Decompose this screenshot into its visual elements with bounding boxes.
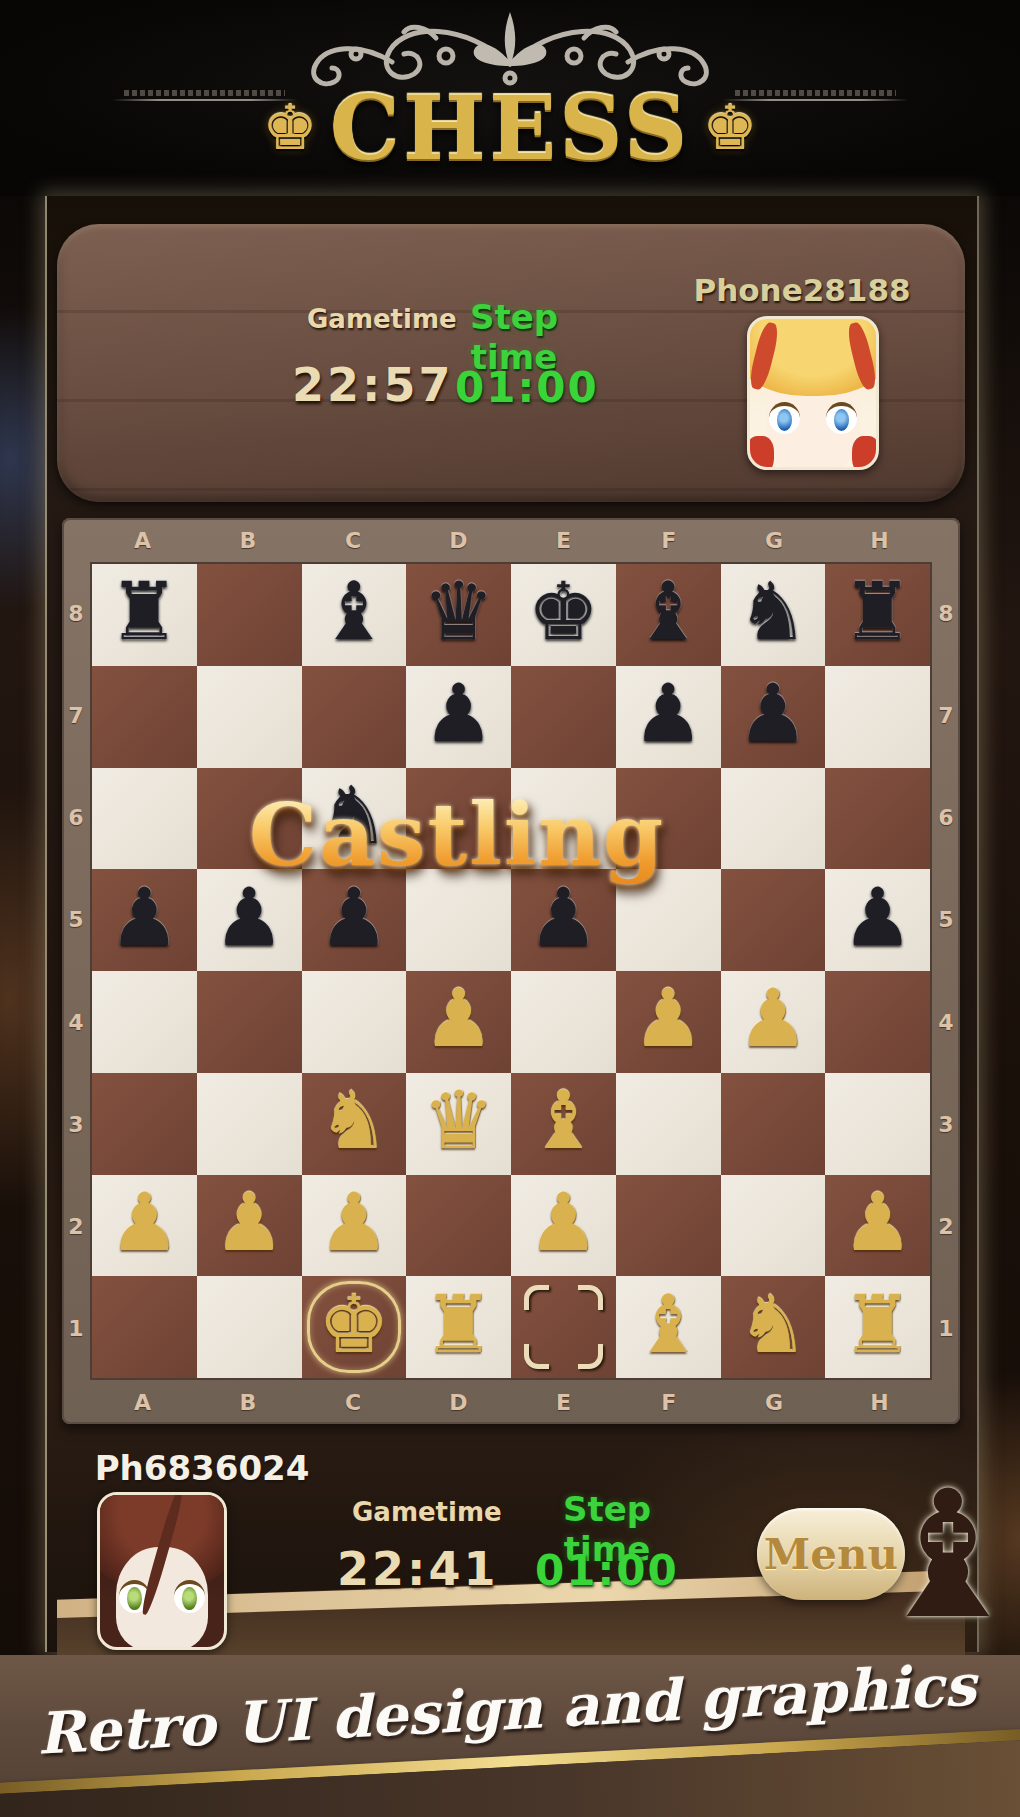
piece-a8[interactable]: ♜ bbox=[109, 572, 181, 652]
square-a2[interactable]: ♟ bbox=[92, 1175, 197, 1277]
rank-label-1: 1 bbox=[932, 1278, 960, 1380]
piece-e8[interactable]: ♚ bbox=[528, 572, 600, 652]
square-h8[interactable]: ♜ bbox=[825, 564, 930, 666]
square-c2[interactable]: ♟ bbox=[302, 1175, 407, 1277]
file-label-b: B bbox=[195, 518, 300, 562]
piece-f4[interactable]: ♟ bbox=[632, 979, 704, 1059]
square-e1[interactable] bbox=[511, 1276, 616, 1378]
piece-b2[interactable]: ♟ bbox=[213, 1183, 285, 1263]
square-b1[interactable] bbox=[197, 1276, 302, 1378]
player-name: Ph6836024 bbox=[92, 1448, 312, 1488]
files-bottom: ABCDEFGH bbox=[90, 1380, 932, 1424]
square-a3[interactable] bbox=[92, 1073, 197, 1175]
square-e3[interactable]: ♝ bbox=[511, 1073, 616, 1175]
square-f1[interactable]: ♝ bbox=[616, 1276, 721, 1378]
rank-label-5: 5 bbox=[62, 869, 90, 971]
rank-label-5: 5 bbox=[932, 869, 960, 971]
square-e4[interactable] bbox=[511, 971, 616, 1073]
square-c7[interactable] bbox=[302, 666, 407, 768]
square-h7[interactable] bbox=[825, 666, 930, 768]
square-b4[interactable] bbox=[197, 971, 302, 1073]
piece-g8[interactable]: ♞ bbox=[737, 572, 809, 652]
file-label-a: A bbox=[90, 1380, 195, 1424]
piece-e2[interactable]: ♟ bbox=[528, 1183, 600, 1263]
square-f8[interactable]: ♝ bbox=[616, 564, 721, 666]
piece-b5[interactable]: ♟ bbox=[213, 878, 285, 958]
rank-label-6: 6 bbox=[932, 767, 960, 869]
piece-g4[interactable]: ♟ bbox=[737, 979, 809, 1059]
opponent-gametime-label: Gametime bbox=[307, 304, 427, 334]
piece-g7[interactable]: ♟ bbox=[737, 674, 809, 754]
last-move-from-marker bbox=[524, 1285, 549, 1310]
app-screen: ♚ CHESS ♚ Phone28188 Gametime Step time … bbox=[0, 0, 1020, 1817]
chess-board-frame: ABCDEFGH 87654321 ♜♝♛♚♝♞♜♟♟♟♞♟♟♟♟♟♟♟♟♞♛♝… bbox=[62, 518, 960, 1424]
rank-label-8: 8 bbox=[932, 562, 960, 664]
file-label-d: D bbox=[406, 518, 511, 562]
opponent-gametime-clock: 22:57 bbox=[292, 358, 437, 412]
player-gametime-label: Gametime bbox=[352, 1497, 482, 1527]
square-c4[interactable] bbox=[302, 971, 407, 1073]
square-h6[interactable] bbox=[825, 768, 930, 870]
piece-e5[interactable]: ♟ bbox=[528, 878, 600, 958]
avatar-ribbon bbox=[747, 436, 774, 470]
square-e7[interactable] bbox=[511, 666, 616, 768]
file-label-f: F bbox=[616, 1380, 721, 1424]
square-g8[interactable]: ♞ bbox=[721, 564, 826, 666]
opponent-panel: Phone28188 Gametime Step time 22:57 01:0… bbox=[57, 224, 965, 502]
last-move-from-marker bbox=[578, 1344, 603, 1369]
file-label-e: E bbox=[511, 518, 616, 562]
opponent-avatar[interactable] bbox=[747, 316, 879, 470]
player-gametime-clock: 22:41 bbox=[337, 1542, 487, 1596]
square-a7[interactable] bbox=[92, 666, 197, 768]
piece-d8[interactable]: ♛ bbox=[423, 572, 495, 652]
piece-h8[interactable]: ♜ bbox=[842, 572, 914, 652]
square-g4[interactable]: ♟ bbox=[721, 971, 826, 1073]
rank-label-7: 7 bbox=[932, 664, 960, 766]
file-label-b: B bbox=[195, 1380, 300, 1424]
square-g2[interactable] bbox=[721, 1175, 826, 1277]
piece-h5[interactable]: ♟ bbox=[842, 878, 914, 958]
square-f2[interactable] bbox=[616, 1175, 721, 1277]
file-label-c: C bbox=[301, 1380, 406, 1424]
last-move-from-marker bbox=[578, 1285, 603, 1310]
square-c8[interactable]: ♝ bbox=[302, 564, 407, 666]
square-a1[interactable] bbox=[92, 1276, 197, 1378]
castling-event-label: Castling bbox=[137, 784, 777, 885]
square-h3[interactable] bbox=[825, 1073, 930, 1175]
rank-label-3: 3 bbox=[932, 1073, 960, 1175]
square-a4[interactable] bbox=[92, 971, 197, 1073]
square-f3[interactable] bbox=[616, 1073, 721, 1175]
piece-c5[interactable]: ♟ bbox=[318, 878, 390, 958]
piece-g1[interactable]: ♞ bbox=[737, 1285, 809, 1365]
logo-title-row: ♚ CHESS ♚ bbox=[0, 84, 1020, 172]
piece-e3[interactable]: ♝ bbox=[528, 1081, 600, 1161]
file-label-h: H bbox=[827, 1380, 932, 1424]
avatar-eye bbox=[826, 402, 858, 434]
square-d1[interactable]: ♜ bbox=[406, 1276, 511, 1378]
file-label-a: A bbox=[90, 518, 195, 562]
square-g1[interactable]: ♞ bbox=[721, 1276, 826, 1378]
ranks-left: 87654321 bbox=[62, 562, 90, 1380]
piece-a2[interactable]: ♟ bbox=[109, 1183, 181, 1263]
avatar-ribbon bbox=[852, 436, 879, 470]
square-a8[interactable]: ♜ bbox=[92, 564, 197, 666]
piece-f1[interactable]: ♝ bbox=[632, 1285, 704, 1365]
file-label-g: G bbox=[722, 518, 827, 562]
file-label-h: H bbox=[827, 518, 932, 562]
rank-label-2: 2 bbox=[932, 1176, 960, 1278]
crown-icon: ♚ bbox=[262, 97, 318, 159]
square-f7[interactable]: ♟ bbox=[616, 666, 721, 768]
opponent-steptime-clock: 01:00 bbox=[455, 363, 585, 412]
bishop-silhouette-icon: ♝ bbox=[883, 1456, 1013, 1656]
square-d3[interactable]: ♛ bbox=[406, 1073, 511, 1175]
file-label-g: G bbox=[722, 1380, 827, 1424]
player-panel: Ph6836024 Gametime Step time 22:41 01:00… bbox=[57, 1442, 965, 1652]
rank-label-1: 1 bbox=[62, 1278, 90, 1380]
piece-f8[interactable]: ♝ bbox=[632, 572, 704, 652]
piece-a5[interactable]: ♟ bbox=[109, 878, 181, 958]
piece-d3[interactable]: ♛ bbox=[423, 1081, 495, 1161]
piece-c8[interactable]: ♝ bbox=[318, 572, 390, 652]
square-b7[interactable] bbox=[197, 666, 302, 768]
rank-label-7: 7 bbox=[62, 664, 90, 766]
opponent-name: Phone28188 bbox=[677, 272, 927, 308]
last-move-from-marker bbox=[524, 1344, 549, 1369]
logo-header: ♚ CHESS ♚ bbox=[0, 0, 1020, 196]
rank-label-4: 4 bbox=[932, 971, 960, 1073]
square-d2[interactable] bbox=[406, 1175, 511, 1277]
crown-icon: ♚ bbox=[702, 97, 758, 159]
rank-label-2: 2 bbox=[62, 1176, 90, 1278]
piece-d7[interactable]: ♟ bbox=[423, 674, 495, 754]
piece-d1[interactable]: ♜ bbox=[423, 1285, 495, 1365]
square-f4[interactable]: ♟ bbox=[616, 971, 721, 1073]
avatar-eye bbox=[769, 402, 801, 434]
file-label-d: D bbox=[406, 1380, 511, 1424]
square-g7[interactable]: ♟ bbox=[721, 666, 826, 768]
square-d8[interactable]: ♛ bbox=[406, 564, 511, 666]
files-top: ABCDEFGH bbox=[90, 518, 932, 562]
promo-banner: Retro UI design and graphics bbox=[0, 1655, 1020, 1817]
square-b2[interactable]: ♟ bbox=[197, 1175, 302, 1277]
piece-d4[interactable]: ♟ bbox=[423, 979, 495, 1059]
player-avatar[interactable] bbox=[97, 1492, 227, 1650]
board-grid: ♜♝♛♚♝♞♜♟♟♟♞♟♟♟♟♟♟♟♟♞♛♝♟♟♟♟♟♚♜♝♞♜ bbox=[90, 562, 932, 1380]
square-h5[interactable]: ♟ bbox=[825, 869, 930, 971]
piece-c2[interactable]: ♟ bbox=[318, 1183, 390, 1263]
square-c1[interactable]: ♚ bbox=[302, 1276, 407, 1378]
square-b3[interactable] bbox=[197, 1073, 302, 1175]
piece-c3[interactable]: ♞ bbox=[318, 1081, 390, 1161]
game-screenshot: Phone28188 Gametime Step time 22:57 01:0… bbox=[45, 196, 979, 1652]
square-h2[interactable]: ♟ bbox=[825, 1175, 930, 1277]
player-steptime-clock: 01:00 bbox=[535, 1546, 665, 1595]
square-b8[interactable] bbox=[197, 564, 302, 666]
piece-f7[interactable]: ♟ bbox=[632, 674, 704, 754]
square-d4[interactable]: ♟ bbox=[406, 971, 511, 1073]
square-h1[interactable]: ♜ bbox=[825, 1276, 930, 1378]
promo-banner-rotated: Retro UI design and graphics bbox=[0, 1655, 1020, 1817]
rank-label-8: 8 bbox=[62, 562, 90, 664]
square-e2[interactable]: ♟ bbox=[511, 1175, 616, 1277]
square-c3[interactable]: ♞ bbox=[302, 1073, 407, 1175]
file-label-f: F bbox=[616, 518, 721, 562]
rank-label-4: 4 bbox=[62, 971, 90, 1073]
square-e8[interactable]: ♚ bbox=[511, 564, 616, 666]
file-label-c: C bbox=[301, 518, 406, 562]
piece-h2[interactable]: ♟ bbox=[842, 1183, 914, 1263]
ranks-right: 87654321 bbox=[932, 562, 960, 1380]
file-label-e: E bbox=[511, 1380, 616, 1424]
piece-h1[interactable]: ♜ bbox=[842, 1285, 914, 1365]
square-d7[interactable]: ♟ bbox=[406, 666, 511, 768]
rank-label-6: 6 bbox=[62, 767, 90, 869]
app-title: CHESS bbox=[330, 84, 690, 172]
game-area-background: Phone28188 Gametime Step time 22:57 01:0… bbox=[0, 196, 1020, 1655]
square-h4[interactable] bbox=[825, 971, 930, 1073]
square-g3[interactable] bbox=[721, 1073, 826, 1175]
castled-king-highlight bbox=[307, 1281, 402, 1373]
rank-label-3: 3 bbox=[62, 1073, 90, 1175]
